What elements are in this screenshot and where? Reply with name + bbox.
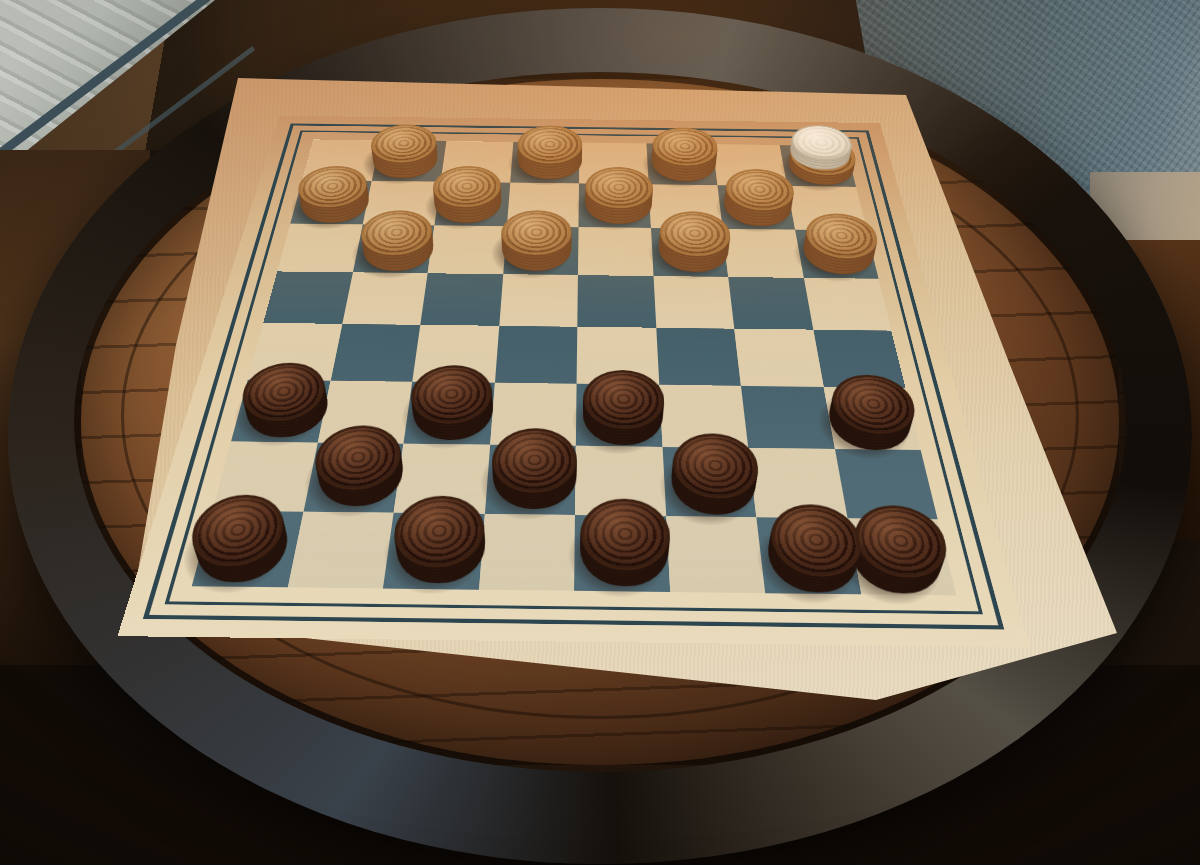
square-g5[interactable] xyxy=(728,277,813,330)
scene xyxy=(0,0,1200,865)
square-c7[interactable] xyxy=(434,182,509,227)
square-h6[interactable] xyxy=(795,230,879,279)
square-f6[interactable] xyxy=(651,228,729,277)
checkers-board xyxy=(118,116,1030,648)
square-g7[interactable] xyxy=(717,185,794,230)
square-g4[interactable] xyxy=(734,329,823,387)
square-h3[interactable] xyxy=(823,386,921,450)
square-c5[interactable] xyxy=(420,273,502,326)
square-a7[interactable] xyxy=(290,180,371,225)
checker-light-piece[interactable] xyxy=(369,141,440,180)
square-g1[interactable] xyxy=(756,517,861,595)
square-b8[interactable] xyxy=(371,140,446,181)
square-b1[interactable] xyxy=(287,511,393,588)
checker-light-piece[interactable] xyxy=(651,144,718,183)
square-c3[interactable] xyxy=(403,381,494,444)
checker-dark-piece[interactable] xyxy=(765,520,864,593)
square-b6[interactable] xyxy=(353,225,435,273)
square-f5[interactable] xyxy=(653,276,734,329)
checker-light-piece[interactable] xyxy=(585,183,653,225)
square-e3[interactable] xyxy=(576,383,662,446)
checker-dark-piece[interactable] xyxy=(313,442,407,507)
square-e1[interactable] xyxy=(574,515,670,592)
checker-light-piece[interactable] xyxy=(297,182,373,224)
piece-layer xyxy=(584,370,666,430)
board-grid xyxy=(192,139,957,595)
checker-light-piece[interactable] xyxy=(500,227,571,273)
checker-dark-piece[interactable] xyxy=(410,382,495,441)
square-e5[interactable] xyxy=(577,275,655,328)
checker-light-piece[interactable] xyxy=(432,182,503,224)
square-f2[interactable] xyxy=(662,447,756,517)
square-h1[interactable] xyxy=(847,518,956,596)
checker-dark-piece[interactable] xyxy=(583,386,664,446)
checker-light-piece[interactable] xyxy=(722,185,795,227)
square-b5[interactable] xyxy=(342,272,428,325)
square-d8[interactable] xyxy=(510,142,580,183)
checker-dark-piece[interactable] xyxy=(491,445,577,510)
board-wrapper xyxy=(0,0,1200,865)
checker-dark-piece[interactable] xyxy=(393,512,488,584)
checker-dark-piece[interactable] xyxy=(670,450,759,516)
square-e7[interactable] xyxy=(579,183,651,228)
square-a3[interactable] xyxy=(231,379,330,442)
checker-light-piece[interactable] xyxy=(359,227,436,273)
square-b2[interactable] xyxy=(303,443,403,513)
square-f8[interactable] xyxy=(646,144,717,185)
piece-layer xyxy=(516,125,582,164)
checker-dark-piece[interactable] xyxy=(581,515,671,588)
square-f1[interactable] xyxy=(666,516,766,593)
square-c1[interactable] xyxy=(383,512,484,589)
square-f4[interactable] xyxy=(656,328,741,386)
checker-dark-piece[interactable] xyxy=(189,511,294,583)
square-d2[interactable] xyxy=(484,445,575,515)
checker-light-piece[interactable] xyxy=(800,230,879,276)
square-d1[interactable] xyxy=(478,513,575,590)
checker-dark-piece[interactable] xyxy=(845,521,948,594)
checker-dark-piece[interactable] xyxy=(824,391,916,451)
square-h8[interactable] xyxy=(779,145,856,187)
checker-light-piece[interactable] xyxy=(517,142,582,181)
piece-layer xyxy=(581,498,672,571)
checker-light-king-stack[interactable] xyxy=(785,147,857,186)
square-d4[interactable] xyxy=(494,326,577,384)
square-b4[interactable] xyxy=(330,324,420,382)
square-a1[interactable] xyxy=(192,510,303,587)
square-d6[interactable] xyxy=(503,226,579,275)
checker-light-piece[interactable] xyxy=(657,228,730,274)
piece-layer xyxy=(500,210,572,255)
square-h5[interactable] xyxy=(803,278,891,331)
